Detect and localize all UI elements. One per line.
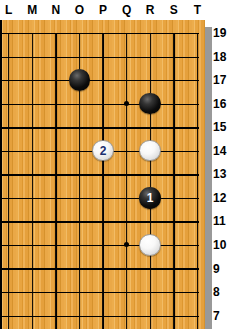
row-label-8: 8: [213, 284, 235, 300]
row-label-14: 14: [213, 143, 235, 159]
column-label-Q: Q: [122, 2, 131, 18]
stone-black-R16[interactable]: [139, 93, 161, 115]
row-label-17: 17: [213, 72, 235, 88]
column-label-M: M: [27, 2, 37, 18]
row-label-13: 13: [213, 166, 235, 182]
row-label-10: 10: [213, 237, 235, 253]
column-label-L: L: [5, 2, 12, 18]
stone-black-O17[interactable]: [69, 69, 91, 91]
column-labels: LMNOPQRST: [0, 0, 236, 20]
star-point-Q16: [124, 101, 129, 106]
stone-white-R10[interactable]: [139, 234, 161, 256]
column-label-S: S: [170, 2, 178, 18]
row-label-9: 9: [213, 261, 235, 277]
board-grid[interactable]: 21: [0, 21, 209, 327]
stone-move-number: 2: [100, 145, 107, 157]
column-label-O: O: [75, 2, 84, 18]
row-label-12: 12: [213, 190, 235, 206]
column-label-P: P: [99, 2, 107, 18]
column-label-N: N: [51, 2, 60, 18]
row-label-16: 16: [213, 96, 235, 112]
row-label-7: 7: [213, 308, 235, 324]
row-label-15: 15: [213, 119, 235, 135]
stone-white-P14[interactable]: 2: [92, 140, 114, 162]
column-label-R: R: [146, 2, 155, 18]
stone-white-R14[interactable]: [139, 140, 161, 162]
stone-move-number: 1: [147, 192, 154, 204]
row-label-19: 19: [213, 25, 235, 41]
go-board-panel: LMNOPQRST 19181716151413121110987 21: [0, 0, 236, 329]
row-label-18: 18: [213, 49, 235, 65]
row-label-11: 11: [213, 213, 235, 229]
stone-black-R12[interactable]: 1: [139, 187, 161, 209]
star-point-Q10: [124, 242, 129, 247]
column-label-T: T: [194, 2, 201, 18]
